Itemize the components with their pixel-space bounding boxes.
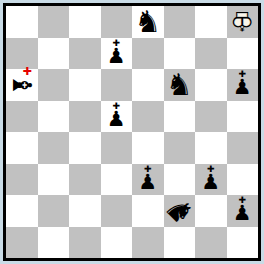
pawn-glyph: ♟ bbox=[107, 46, 126, 67]
square-f1[interactable] bbox=[164, 227, 196, 259]
square-g8[interactable] bbox=[195, 6, 227, 38]
square-e5[interactable] bbox=[132, 101, 164, 133]
black-knight-e8[interactable]: ♞ bbox=[132, 6, 164, 38]
square-f6[interactable]: ♞ bbox=[164, 69, 196, 101]
square-f8[interactable] bbox=[164, 6, 196, 38]
square-c8[interactable] bbox=[69, 6, 101, 38]
black-fairy-knight-f2[interactable]: ♞ bbox=[164, 195, 196, 227]
square-d7[interactable]: ♟✚ bbox=[101, 38, 133, 70]
black-pawn-d5[interactable]: ♟✚ bbox=[101, 101, 133, 133]
square-f5[interactable] bbox=[164, 101, 196, 133]
square-d3[interactable] bbox=[101, 164, 133, 196]
royal-marker-cross-icon: ✚ bbox=[22, 66, 31, 77]
pawn-glyph: ♟ bbox=[138, 172, 157, 193]
square-d2[interactable] bbox=[101, 195, 133, 227]
square-e4[interactable] bbox=[132, 132, 164, 164]
square-b1[interactable] bbox=[38, 227, 70, 259]
square-e6[interactable] bbox=[132, 69, 164, 101]
black-fairy-bishop-a6[interactable]: ♝✚ bbox=[6, 69, 38, 101]
square-a5[interactable] bbox=[6, 101, 38, 133]
square-a1[interactable] bbox=[6, 227, 38, 259]
square-f4[interactable] bbox=[164, 132, 196, 164]
square-e1[interactable] bbox=[132, 227, 164, 259]
square-d5[interactable]: ♟✚ bbox=[101, 101, 133, 133]
square-d6[interactable] bbox=[101, 69, 133, 101]
white-fairy-king-h8[interactable]: ♚♔ bbox=[227, 6, 259, 38]
square-c5[interactable] bbox=[69, 101, 101, 133]
pawn-cross-finial: ✚ bbox=[238, 70, 246, 79]
square-f2[interactable]: ♞ bbox=[164, 195, 196, 227]
square-c7[interactable] bbox=[69, 38, 101, 70]
black-pawn-e3[interactable]: ♟✚ bbox=[132, 164, 164, 196]
square-b4[interactable] bbox=[38, 132, 70, 164]
black-pawn-h6[interactable]: ♟✚ bbox=[227, 69, 259, 101]
square-h3[interactable] bbox=[227, 164, 259, 196]
knight-glyph: ♞ bbox=[166, 70, 193, 100]
square-b7[interactable] bbox=[38, 38, 70, 70]
fairy-chess-diagram: ♞♚♔♟✚♝✚♞♟✚♟✚♟✚♟✚♞♟✚ bbox=[0, 0, 264, 264]
black-pawn-d7[interactable]: ♟✚ bbox=[101, 38, 133, 70]
square-h8[interactable]: ♚♔ bbox=[227, 6, 259, 38]
pawn-glyph: ♟ bbox=[107, 109, 126, 130]
board-frame: ♞♚♔♟✚♝✚♞♟✚♟✚♟✚♟✚♞♟✚ bbox=[0, 0, 264, 264]
square-a3[interactable] bbox=[6, 164, 38, 196]
square-e8[interactable]: ♞ bbox=[132, 6, 164, 38]
square-h6[interactable]: ♟✚ bbox=[227, 69, 259, 101]
pawn-cross-finial: ✚ bbox=[112, 39, 120, 48]
square-b2[interactable] bbox=[38, 195, 70, 227]
square-g6[interactable] bbox=[195, 69, 227, 101]
square-c4[interactable] bbox=[69, 132, 101, 164]
square-f7[interactable] bbox=[164, 38, 196, 70]
square-h5[interactable] bbox=[227, 101, 259, 133]
pawn-cross-finial: ✚ bbox=[112, 102, 120, 111]
square-e7[interactable] bbox=[132, 38, 164, 70]
square-h4[interactable] bbox=[227, 132, 259, 164]
black-knight-f6[interactable]: ♞ bbox=[164, 69, 196, 101]
pawn-cross-finial: ✚ bbox=[238, 196, 246, 205]
square-a6[interactable]: ♝✚ bbox=[6, 69, 38, 101]
pawn-glyph: ♟ bbox=[201, 172, 220, 193]
square-d1[interactable] bbox=[101, 227, 133, 259]
square-c3[interactable] bbox=[69, 164, 101, 196]
pawn-cross-finial: ✚ bbox=[207, 165, 215, 174]
square-g7[interactable] bbox=[195, 38, 227, 70]
knight-glyph: ♞ bbox=[159, 191, 199, 231]
pawn-cross-finial: ✚ bbox=[144, 165, 152, 174]
square-g2[interactable] bbox=[195, 195, 227, 227]
square-a2[interactable] bbox=[6, 195, 38, 227]
square-g5[interactable] bbox=[195, 101, 227, 133]
square-c6[interactable] bbox=[69, 69, 101, 101]
square-g4[interactable] bbox=[195, 132, 227, 164]
square-a8[interactable] bbox=[6, 6, 38, 38]
square-d8[interactable] bbox=[101, 6, 133, 38]
chess-board: ♞♚♔♟✚♝✚♞♟✚♟✚♟✚♟✚♞♟✚ bbox=[6, 6, 258, 258]
square-b3[interactable] bbox=[38, 164, 70, 196]
board-border: ♞♚♔♟✚♝✚♞♟✚♟✚♟✚♟✚♞♟✚ bbox=[3, 3, 261, 261]
square-a4[interactable] bbox=[6, 132, 38, 164]
square-b8[interactable] bbox=[38, 6, 70, 38]
black-pawn-h2[interactable]: ♟✚ bbox=[227, 195, 259, 227]
square-c2[interactable] bbox=[69, 195, 101, 227]
square-h2[interactable]: ♟✚ bbox=[227, 195, 259, 227]
square-c1[interactable] bbox=[69, 227, 101, 259]
knight-glyph: ♞ bbox=[134, 7, 161, 37]
pawn-glyph: ♟ bbox=[233, 203, 252, 224]
square-h1[interactable] bbox=[227, 227, 259, 259]
black-pawn-g3[interactable]: ♟✚ bbox=[195, 164, 227, 196]
square-d4[interactable] bbox=[101, 132, 133, 164]
square-b6[interactable] bbox=[38, 69, 70, 101]
king-glyph: ♚♔ bbox=[230, 8, 254, 35]
pawn-glyph: ♟ bbox=[233, 77, 252, 98]
square-h7[interactable] bbox=[227, 38, 259, 70]
square-e3[interactable]: ♟✚ bbox=[132, 164, 164, 196]
square-g1[interactable] bbox=[195, 227, 227, 259]
square-g3[interactable]: ♟✚ bbox=[195, 164, 227, 196]
square-b5[interactable] bbox=[38, 101, 70, 133]
